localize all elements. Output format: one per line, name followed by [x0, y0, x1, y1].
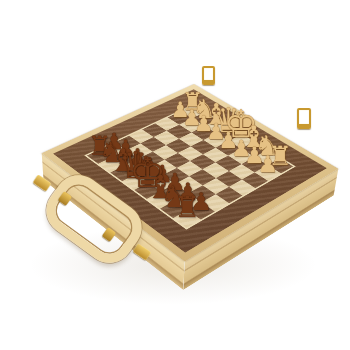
- hinge-hook-icon: [202, 66, 215, 85]
- product-photo-chess-case: ♜♞♝♛♚♝♞♜♟♟♟♟♟♟♟♟♟♟♟♟♟♟♟♟♜♞♝♛♚♝♞♜: [0, 0, 350, 350]
- hinge-hook-icon: [297, 108, 311, 129]
